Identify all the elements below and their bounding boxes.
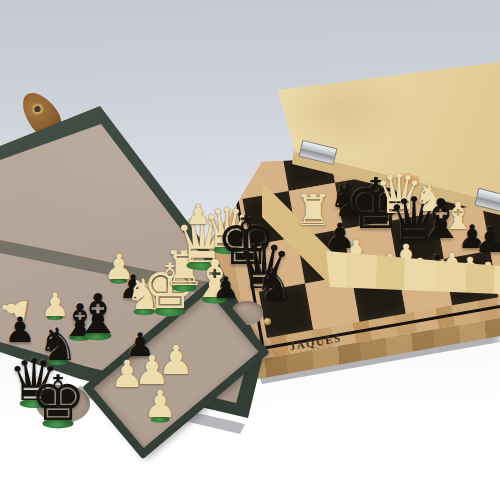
chess-piece-wP: ♟: [158, 340, 194, 380]
chess-piece-wP: ♟: [143, 386, 177, 424]
chess-piece-bB: ♝: [73, 287, 122, 342]
photo-of-chess-sets: JAQUES LONDON ♜♞♚♛♛♞♝♝♟♟♟♟♟♟♟♟♟♟♟♟ ♟♟♟♛♚…: [0, 0, 500, 500]
chess-piece-bP: ♟: [4, 313, 35, 348]
chess-piece-bK: ♚: [30, 368, 86, 431]
case-pieces-layer: ♟♟♟♛♚♞♝♝♟♟♞♚♜♛♟♛♚♛♞♝♟♟♟♟♟♟: [0, 0, 500, 500]
green-case: ♟♟♟♛♚♞♝♝♟♟♞♚♜♛♟♛♚♛♞♝♟♟♟♟♟♟: [0, 0, 500, 500]
chess-piece-bP: ♟: [213, 273, 240, 303]
chess-piece-bN: ♞: [255, 264, 293, 307]
